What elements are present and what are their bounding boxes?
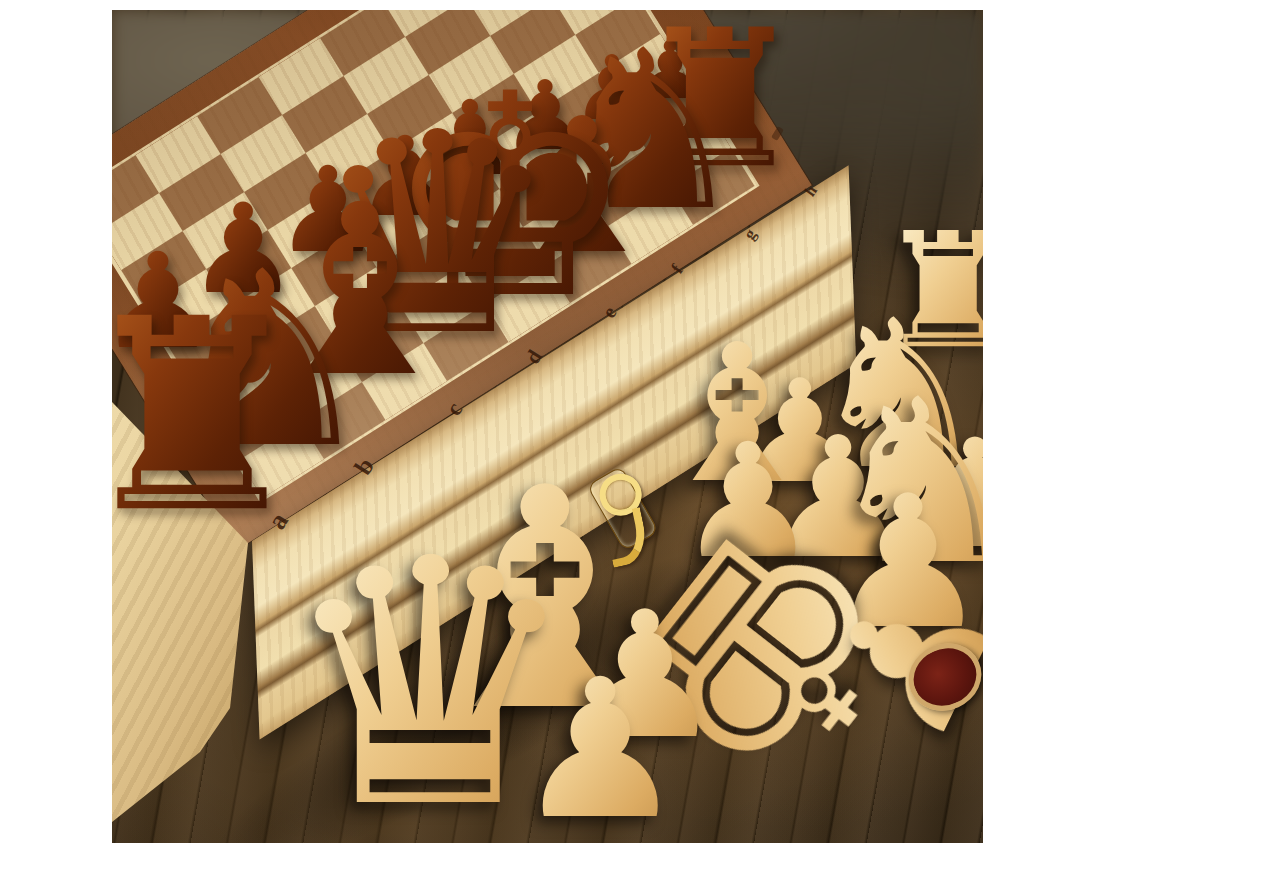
product-photo: abcdefgh ♟♟♟♟♜♟♞♟♝♟♚♛♟♝♞♜♜♞♟♝♟♟♟♞♟♚♟♝♟♛♟: [112, 10, 983, 843]
file-label-f: f: [668, 261, 686, 276]
light-pawn-pawn-front-low: ♟: [514, 654, 686, 843]
